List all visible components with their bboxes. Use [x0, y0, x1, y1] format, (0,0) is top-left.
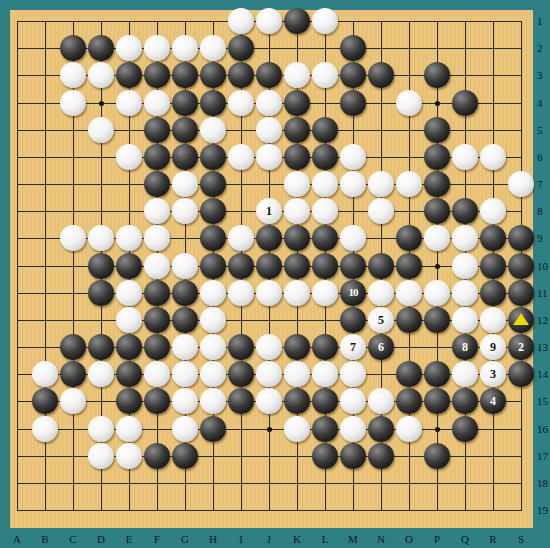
go-stone-F14[interactable] — [144, 361, 170, 387]
go-stone-S7[interactable] — [508, 171, 534, 197]
go-stone-C15[interactable] — [60, 388, 86, 414]
go-stone-F11[interactable] — [144, 280, 170, 306]
go-stone-H5[interactable] — [200, 117, 226, 143]
go-stone-R11[interactable] — [480, 280, 506, 306]
go-stone-F15[interactable] — [144, 388, 170, 414]
go-stone-Q14[interactable] — [452, 361, 478, 387]
go-stone-F4[interactable] — [144, 90, 170, 116]
go-stone-E9[interactable] — [116, 225, 142, 251]
go-stone-P7[interactable] — [424, 171, 450, 197]
go-stone-I15[interactable] — [228, 388, 254, 414]
go-stone-O12[interactable] — [396, 307, 422, 333]
go-stone-H12[interactable] — [200, 307, 226, 333]
go-stone-H8[interactable] — [200, 198, 226, 224]
row-label-13: 13 — [537, 341, 548, 353]
go-stone-O11[interactable] — [396, 280, 422, 306]
go-stone-C13[interactable] — [60, 334, 86, 360]
go-stone-H11[interactable] — [200, 280, 226, 306]
go-stone-E12[interactable] — [116, 307, 142, 333]
go-stone-J4[interactable] — [256, 90, 282, 116]
go-stone-L3[interactable] — [312, 62, 338, 88]
go-stone-M16[interactable] — [340, 416, 366, 442]
go-stone-M13[interactable]: 7 — [340, 334, 366, 360]
go-stone-G11[interactable] — [172, 280, 198, 306]
go-stone-S14[interactable] — [508, 361, 534, 387]
go-stone-H16[interactable] — [200, 416, 226, 442]
column-label-M: M — [346, 533, 360, 545]
go-stone-K1[interactable] — [284, 8, 310, 34]
go-stone-M3[interactable] — [340, 62, 366, 88]
go-stone-L8[interactable] — [312, 198, 338, 224]
go-stone-D2[interactable] — [88, 35, 114, 61]
go-stone-G6[interactable] — [172, 144, 198, 170]
go-board[interactable]: 11057689234 — [10, 10, 533, 528]
go-stone-K15[interactable] — [284, 388, 310, 414]
column-label-B: B — [38, 533, 52, 545]
go-stone-J13[interactable] — [256, 334, 282, 360]
row-label-7: 7 — [537, 178, 543, 190]
go-stone-P11[interactable] — [424, 280, 450, 306]
go-stone-O9[interactable] — [396, 225, 422, 251]
column-label-I: I — [234, 533, 248, 545]
go-stone-K10[interactable] — [284, 253, 310, 279]
go-stone-F5[interactable] — [144, 117, 170, 143]
go-stone-J3[interactable] — [256, 62, 282, 88]
go-stone-B14[interactable] — [32, 361, 58, 387]
go-stone-R6[interactable] — [480, 144, 506, 170]
row-label-6: 6 — [537, 151, 543, 163]
go-stone-M17[interactable] — [340, 443, 366, 469]
move-number-label: 6 — [378, 341, 384, 353]
go-stone-G8[interactable] — [172, 198, 198, 224]
triangle-marker-icon — [513, 313, 529, 325]
go-stone-L7[interactable] — [312, 171, 338, 197]
go-stone-I3[interactable] — [228, 62, 254, 88]
column-label-N: N — [374, 533, 388, 545]
go-stone-P3[interactable] — [424, 62, 450, 88]
go-stone-N15[interactable] — [368, 388, 394, 414]
go-stone-N12[interactable]: 5 — [368, 307, 394, 333]
go-stone-F3[interactable] — [144, 62, 170, 88]
go-stone-D5[interactable] — [88, 117, 114, 143]
move-number-label: 10 — [349, 287, 358, 298]
go-stone-Q13[interactable]: 8 — [452, 334, 478, 360]
go-stone-P6[interactable] — [424, 144, 450, 170]
go-stone-F8[interactable] — [144, 198, 170, 224]
go-stone-N13[interactable]: 6 — [368, 334, 394, 360]
go-stone-D13[interactable] — [88, 334, 114, 360]
move-number-label: 5 — [378, 314, 384, 326]
go-stone-S13[interactable]: 2 — [508, 334, 534, 360]
row-label-18: 18 — [537, 477, 548, 489]
go-stone-J6[interactable] — [256, 144, 282, 170]
move-number-label: 9 — [490, 341, 496, 353]
go-stone-N17[interactable] — [368, 443, 394, 469]
go-stone-H15[interactable] — [200, 388, 226, 414]
star-point — [435, 264, 440, 269]
go-stone-M6[interactable] — [340, 144, 366, 170]
go-stone-S10[interactable] — [508, 253, 534, 279]
row-label-4: 4 — [537, 97, 543, 109]
go-stone-N11[interactable] — [368, 280, 394, 306]
go-stone-C4[interactable] — [60, 90, 86, 116]
go-stone-H10[interactable] — [200, 253, 226, 279]
column-label-O: O — [402, 533, 416, 545]
go-stone-G14[interactable] — [172, 361, 198, 387]
row-label-15: 15 — [537, 395, 548, 407]
go-stone-K11[interactable] — [284, 280, 310, 306]
go-stone-P15[interactable] — [424, 388, 450, 414]
go-stone-O16[interactable] — [396, 416, 422, 442]
go-stone-E14[interactable] — [116, 361, 142, 387]
go-stone-L10[interactable] — [312, 253, 338, 279]
go-stone-I4[interactable] — [228, 90, 254, 116]
row-label-19: 19 — [537, 504, 548, 516]
row-label-8: 8 — [537, 205, 543, 217]
go-stone-J15[interactable] — [256, 388, 282, 414]
go-stone-M9[interactable] — [340, 225, 366, 251]
go-stone-E15[interactable] — [116, 388, 142, 414]
go-stone-E17[interactable] — [116, 443, 142, 469]
move-number-label: 2 — [518, 341, 524, 353]
go-stone-P9[interactable] — [424, 225, 450, 251]
go-stone-K5[interactable] — [284, 117, 310, 143]
go-stone-E13[interactable] — [116, 334, 142, 360]
go-stone-H3[interactable] — [200, 62, 226, 88]
go-stone-Q11[interactable] — [452, 280, 478, 306]
go-stone-G3[interactable] — [172, 62, 198, 88]
go-stone-M10[interactable] — [340, 253, 366, 279]
go-stone-Q10[interactable] — [452, 253, 478, 279]
go-stone-L16[interactable] — [312, 416, 338, 442]
row-label-1: 1 — [537, 15, 543, 27]
go-stone-R13[interactable]: 9 — [480, 334, 506, 360]
grid-line-v — [17, 21, 18, 511]
go-stone-F7[interactable] — [144, 171, 170, 197]
go-stone-J8[interactable]: 1 — [256, 198, 282, 224]
go-stone-L14[interactable] — [312, 361, 338, 387]
star-point — [267, 427, 272, 432]
go-stone-L13[interactable] — [312, 334, 338, 360]
go-stone-C9[interactable] — [60, 225, 86, 251]
go-stone-K4[interactable] — [284, 90, 310, 116]
go-stone-O10[interactable] — [396, 253, 422, 279]
go-stone-J1[interactable] — [256, 8, 282, 34]
go-stone-G4[interactable] — [172, 90, 198, 116]
row-label-11: 11 — [537, 287, 548, 299]
go-stone-N10[interactable] — [368, 253, 394, 279]
go-stone-H13[interactable] — [200, 334, 226, 360]
row-label-12: 12 — [537, 314, 548, 326]
column-label-J: J — [262, 533, 276, 545]
move-number-label: 7 — [350, 341, 356, 353]
go-stone-F12[interactable] — [144, 307, 170, 333]
go-stone-K7[interactable] — [284, 171, 310, 197]
go-stone-D9[interactable] — [88, 225, 114, 251]
go-stone-M11[interactable]: 10 — [340, 280, 366, 306]
go-stone-G17[interactable] — [172, 443, 198, 469]
go-stone-Q12[interactable] — [452, 307, 478, 333]
go-stone-F13[interactable] — [144, 334, 170, 360]
go-stone-I2[interactable] — [228, 35, 254, 61]
go-stone-Q16[interactable] — [452, 416, 478, 442]
go-stone-L5[interactable] — [312, 117, 338, 143]
go-stone-G15[interactable] — [172, 388, 198, 414]
go-stone-R14[interactable]: 3 — [480, 361, 506, 387]
go-stone-F2[interactable] — [144, 35, 170, 61]
go-stone-O15[interactable] — [396, 388, 422, 414]
go-stone-J5[interactable] — [256, 117, 282, 143]
row-label-17: 17 — [537, 450, 548, 462]
go-stone-S11[interactable] — [508, 280, 534, 306]
go-stone-L11[interactable] — [312, 280, 338, 306]
row-label-2: 2 — [537, 42, 543, 54]
column-label-E: E — [122, 533, 136, 545]
row-label-14: 14 — [537, 368, 548, 380]
column-label-G: G — [178, 533, 192, 545]
go-stone-K13[interactable] — [284, 334, 310, 360]
go-stone-E10[interactable] — [116, 253, 142, 279]
go-stone-E3[interactable] — [116, 62, 142, 88]
go-stone-J10[interactable] — [256, 253, 282, 279]
go-stone-E4[interactable] — [116, 90, 142, 116]
go-stone-R9[interactable] — [480, 225, 506, 251]
go-stone-O4[interactable] — [396, 90, 422, 116]
go-stone-K16[interactable] — [284, 416, 310, 442]
go-stone-I9[interactable] — [228, 225, 254, 251]
go-stone-N8[interactable] — [368, 198, 394, 224]
go-stone-D11[interactable] — [88, 280, 114, 306]
column-label-P: P — [430, 533, 444, 545]
go-stone-B15[interactable] — [32, 388, 58, 414]
go-stone-F10[interactable] — [144, 253, 170, 279]
go-stone-H7[interactable] — [200, 171, 226, 197]
go-stone-P12[interactable] — [424, 307, 450, 333]
row-label-3: 3 — [537, 69, 543, 81]
go-stone-O14[interactable] — [396, 361, 422, 387]
go-stone-Q9[interactable] — [452, 225, 478, 251]
go-stone-Q15[interactable] — [452, 388, 478, 414]
go-stone-S9[interactable] — [508, 225, 534, 251]
row-label-10: 10 — [537, 260, 548, 272]
column-label-S: S — [514, 533, 528, 545]
row-label-16: 16 — [537, 423, 548, 435]
go-stone-M7[interactable] — [340, 171, 366, 197]
go-stone-K3[interactable] — [284, 62, 310, 88]
go-stone-F9[interactable] — [144, 225, 170, 251]
go-stone-Q8[interactable] — [452, 198, 478, 224]
go-stone-P17[interactable] — [424, 443, 450, 469]
move-number-label: 1 — [266, 205, 272, 217]
go-stone-S12[interactable] — [508, 307, 534, 333]
go-stone-H6[interactable] — [200, 144, 226, 170]
go-stone-G5[interactable] — [172, 117, 198, 143]
column-label-H: H — [206, 533, 220, 545]
move-number-label: 4 — [490, 395, 496, 407]
go-stone-J11[interactable] — [256, 280, 282, 306]
go-stone-K14[interactable] — [284, 361, 310, 387]
go-stone-N7[interactable] — [368, 171, 394, 197]
go-stone-L15[interactable] — [312, 388, 338, 414]
go-stone-R15[interactable]: 4 — [480, 388, 506, 414]
go-stone-I6[interactable] — [228, 144, 254, 170]
go-stone-D16[interactable] — [88, 416, 114, 442]
go-stone-P14[interactable] — [424, 361, 450, 387]
go-stone-L9[interactable] — [312, 225, 338, 251]
row-label-9: 9 — [537, 232, 543, 244]
go-stone-I11[interactable] — [228, 280, 254, 306]
go-stone-I14[interactable] — [228, 361, 254, 387]
go-stone-E6[interactable] — [116, 144, 142, 170]
go-stone-J14[interactable] — [256, 361, 282, 387]
move-number-label: 8 — [462, 341, 468, 353]
column-label-R: R — [486, 533, 500, 545]
go-stone-H9[interactable] — [200, 225, 226, 251]
go-stone-R10[interactable] — [480, 253, 506, 279]
go-stone-N16[interactable] — [368, 416, 394, 442]
go-stone-M12[interactable] — [340, 307, 366, 333]
go-stone-N3[interactable] — [368, 62, 394, 88]
go-stone-G7[interactable] — [172, 171, 198, 197]
column-label-K: K — [290, 533, 304, 545]
go-stone-F17[interactable] — [144, 443, 170, 469]
go-stone-E11[interactable] — [116, 280, 142, 306]
column-label-L: L — [318, 533, 332, 545]
go-stone-C3[interactable] — [60, 62, 86, 88]
move-number-label: 3 — [490, 368, 496, 380]
go-stone-P8[interactable] — [424, 198, 450, 224]
go-stone-G13[interactable] — [172, 334, 198, 360]
go-stone-I10[interactable] — [228, 253, 254, 279]
go-stone-L1[interactable] — [312, 8, 338, 34]
go-stone-B16[interactable] — [32, 416, 58, 442]
go-stone-Q6[interactable] — [452, 144, 478, 170]
column-label-F: F — [150, 533, 164, 545]
row-label-5: 5 — [537, 124, 543, 136]
go-stone-D17[interactable] — [88, 443, 114, 469]
go-stone-I1[interactable] — [228, 8, 254, 34]
column-label-C: C — [66, 533, 80, 545]
go-stone-M14[interactable] — [340, 361, 366, 387]
go-stone-H2[interactable] — [200, 35, 226, 61]
go-stone-K6[interactable] — [284, 144, 310, 170]
go-stone-Q4[interactable] — [452, 90, 478, 116]
go-stone-K9[interactable] — [284, 225, 310, 251]
star-point — [435, 101, 440, 106]
go-stone-H4[interactable] — [200, 90, 226, 116]
column-label-Q: Q — [458, 533, 472, 545]
go-stone-L6[interactable] — [312, 144, 338, 170]
go-stone-M4[interactable] — [340, 90, 366, 116]
go-stone-F6[interactable] — [144, 144, 170, 170]
go-stone-E2[interactable] — [116, 35, 142, 61]
star-point — [99, 101, 104, 106]
go-stone-R8[interactable] — [480, 198, 506, 224]
star-point — [435, 427, 440, 432]
go-stone-M2[interactable] — [340, 35, 366, 61]
go-stone-G12[interactable] — [172, 307, 198, 333]
column-label-A: A — [10, 533, 24, 545]
column-label-D: D — [94, 533, 108, 545]
go-stone-O7[interactable] — [396, 171, 422, 197]
go-stone-L17[interactable] — [312, 443, 338, 469]
go-stone-I13[interactable] — [228, 334, 254, 360]
go-stone-D14[interactable] — [88, 361, 114, 387]
go-stone-P5[interactable] — [424, 117, 450, 143]
go-stone-D3[interactable] — [88, 62, 114, 88]
go-stone-G2[interactable] — [172, 35, 198, 61]
go-stone-R12[interactable] — [480, 307, 506, 333]
go-stone-J9[interactable] — [256, 225, 282, 251]
go-stone-C2[interactable] — [60, 35, 86, 61]
viewer-frame: 11057689234 ABCDEFGHIJKLMNOPQRS123456789… — [0, 0, 550, 548]
go-stone-G16[interactable] — [172, 416, 198, 442]
go-stone-E16[interactable] — [116, 416, 142, 442]
go-stone-C14[interactable] — [60, 361, 86, 387]
go-stone-G10[interactable] — [172, 253, 198, 279]
go-stone-D10[interactable] — [88, 253, 114, 279]
go-stone-H14[interactable] — [200, 361, 226, 387]
go-stone-M15[interactable] — [340, 388, 366, 414]
go-stone-K8[interactable] — [284, 198, 310, 224]
